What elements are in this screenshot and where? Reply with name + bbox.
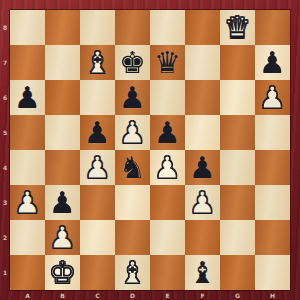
piece-black-bishop[interactable]: ♝ — [189, 255, 216, 290]
square-b4[interactable] — [45, 150, 80, 185]
square-a4[interactable] — [10, 150, 45, 185]
piece-white-pawn[interactable]: ♟ — [49, 220, 76, 255]
piece-black-pawn[interactable]: ♟ — [49, 185, 76, 220]
square-g8[interactable]: ♛ — [220, 10, 255, 45]
square-c3[interactable] — [80, 185, 115, 220]
square-e3[interactable] — [150, 185, 185, 220]
piece-black-pawn[interactable]: ♟ — [84, 115, 111, 150]
file-label-c: C — [80, 290, 115, 300]
square-e6[interactable] — [150, 80, 185, 115]
rank-label-2: 2 — [0, 220, 10, 255]
piece-white-pawn[interactable]: ♟ — [14, 185, 41, 220]
square-d2[interactable] — [115, 220, 150, 255]
square-b2[interactable]: ♟ — [45, 220, 80, 255]
square-d1[interactable]: ♝ — [115, 255, 150, 290]
square-a6[interactable]: ♟ — [10, 80, 45, 115]
square-b8[interactable] — [45, 10, 80, 45]
square-h7[interactable]: ♟ — [255, 45, 290, 80]
file-label-e: E — [150, 290, 185, 300]
square-e5[interactable]: ♟ — [150, 115, 185, 150]
square-e1[interactable] — [150, 255, 185, 290]
file-label-b: B — [45, 290, 80, 300]
piece-white-pawn[interactable]: ♟ — [119, 115, 146, 150]
square-c7[interactable]: ♝ — [80, 45, 115, 80]
piece-black-queen[interactable]: ♛ — [154, 45, 181, 80]
square-d3[interactable] — [115, 185, 150, 220]
piece-black-pawn[interactable]: ♟ — [14, 80, 41, 115]
piece-white-bishop[interactable]: ♝ — [84, 45, 111, 80]
file-label-h: H — [255, 290, 290, 300]
square-e8[interactable] — [150, 10, 185, 45]
rank-label-4: 4 — [0, 150, 10, 185]
rank-label-8: 8 — [0, 10, 10, 45]
square-h1[interactable] — [255, 255, 290, 290]
square-a8[interactable] — [10, 10, 45, 45]
square-c1[interactable] — [80, 255, 115, 290]
square-e2[interactable] — [150, 220, 185, 255]
square-d6[interactable]: ♟ — [115, 80, 150, 115]
piece-white-pawn[interactable]: ♟ — [154, 150, 181, 185]
square-f2[interactable] — [185, 220, 220, 255]
rank-label-1: 1 — [0, 255, 10, 290]
piece-black-knight[interactable]: ♞ — [119, 150, 146, 185]
square-c8[interactable] — [80, 10, 115, 45]
square-a3[interactable]: ♟ — [10, 185, 45, 220]
square-g5[interactable] — [220, 115, 255, 150]
rank-label-5: 5 — [0, 115, 10, 150]
square-h2[interactable] — [255, 220, 290, 255]
square-b5[interactable] — [45, 115, 80, 150]
square-c2[interactable] — [80, 220, 115, 255]
square-g4[interactable] — [220, 150, 255, 185]
square-d7[interactable]: ♚ — [115, 45, 150, 80]
piece-black-pawn[interactable]: ♟ — [259, 45, 286, 80]
square-b1[interactable]: ♚ — [45, 255, 80, 290]
piece-black-pawn[interactable]: ♟ — [154, 115, 181, 150]
rank-label-7: 7 — [0, 45, 10, 80]
square-h3[interactable] — [255, 185, 290, 220]
piece-white-queen[interactable]: ♛ — [224, 10, 251, 45]
square-f3[interactable]: ♟ — [185, 185, 220, 220]
square-g6[interactable] — [220, 80, 255, 115]
piece-black-pawn[interactable]: ♟ — [189, 150, 216, 185]
square-b6[interactable] — [45, 80, 80, 115]
square-f4[interactable]: ♟ — [185, 150, 220, 185]
square-f6[interactable] — [185, 80, 220, 115]
file-label-d: D — [115, 290, 150, 300]
rank-label-3: 3 — [0, 185, 10, 220]
square-e7[interactable]: ♛ — [150, 45, 185, 80]
square-g7[interactable] — [220, 45, 255, 80]
square-a5[interactable] — [10, 115, 45, 150]
square-g3[interactable] — [220, 185, 255, 220]
square-h6[interactable]: ♟ — [255, 80, 290, 115]
square-c4[interactable]: ♟ — [80, 150, 115, 185]
square-a1[interactable] — [10, 255, 45, 290]
square-f7[interactable] — [185, 45, 220, 80]
piece-white-bishop[interactable]: ♝ — [119, 255, 146, 290]
file-label-f: F — [185, 290, 220, 300]
piece-white-pawn[interactable]: ♟ — [189, 185, 216, 220]
piece-white-pawn[interactable]: ♟ — [84, 150, 111, 185]
square-c5[interactable]: ♟ — [80, 115, 115, 150]
chess-board: ♛♝♚♛♟♟♟♟♟♟♟♟♞♟♟♟♟♟♟♚♝♝ — [10, 10, 290, 290]
square-f5[interactable] — [185, 115, 220, 150]
square-g1[interactable] — [220, 255, 255, 290]
file-label-g: G — [220, 290, 255, 300]
square-f8[interactable] — [185, 10, 220, 45]
square-h5[interactable] — [255, 115, 290, 150]
chess-board-frame: ♛♝♚♛♟♟♟♟♟♟♟♟♞♟♟♟♟♟♟♚♝♝ 87654321 ABCDEFGH — [0, 0, 300, 300]
piece-white-king[interactable]: ♚ — [49, 255, 76, 290]
square-d4[interactable]: ♞ — [115, 150, 150, 185]
square-d8[interactable] — [115, 10, 150, 45]
square-a2[interactable] — [10, 220, 45, 255]
square-h4[interactable] — [255, 150, 290, 185]
square-e4[interactable]: ♟ — [150, 150, 185, 185]
square-c6[interactable] — [80, 80, 115, 115]
piece-black-pawn[interactable]: ♟ — [119, 80, 146, 115]
rank-label-6: 6 — [0, 80, 10, 115]
piece-white-pawn[interactable]: ♟ — [259, 80, 286, 115]
square-a7[interactable] — [10, 45, 45, 80]
file-label-a: A — [10, 290, 45, 300]
square-d5[interactable]: ♟ — [115, 115, 150, 150]
square-h8[interactable] — [255, 10, 290, 45]
square-f1[interactable]: ♝ — [185, 255, 220, 290]
piece-black-king[interactable]: ♚ — [119, 45, 146, 80]
square-b7[interactable] — [45, 45, 80, 80]
square-b3[interactable]: ♟ — [45, 185, 80, 220]
square-g2[interactable] — [220, 220, 255, 255]
